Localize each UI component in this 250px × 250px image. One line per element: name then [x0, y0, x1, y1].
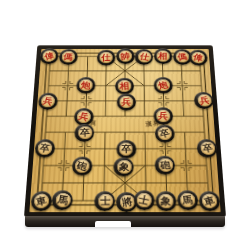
- piece-red-chariot[interactable]: 俥: [188, 49, 207, 65]
- piece-character: 兵: [156, 109, 170, 122]
- piece-black-elephant[interactable]: 象: [155, 191, 176, 211]
- xiangqi-board: 楚河 漢界 俥傌仕帥仕相傌俥炮相炮兵兵兵兵兵卒卒卒卒卒砲象砲車馬士將士象馬車: [24, 45, 226, 217]
- piece-character: 傌: [61, 50, 76, 62]
- piece-character: 俥: [190, 51, 205, 64]
- piece-black-soldier[interactable]: 卒: [155, 124, 175, 142]
- piece-character: 卒: [37, 141, 53, 155]
- piece-character: 仕: [99, 52, 112, 63]
- piece-character: 象: [158, 194, 173, 208]
- piece-red-soldier[interactable]: 兵: [153, 107, 173, 124]
- piece-black-chariot[interactable]: 車: [198, 191, 220, 211]
- piece-character: 馬: [54, 192, 71, 208]
- piece-character: 砲: [74, 158, 91, 174]
- piece-character: 砲: [158, 158, 173, 172]
- product-photo-stage: 楚河 漢界 俥傌仕帥仕相傌俥炮相炮兵兵兵兵兵卒卒卒卒卒砲象砲車馬士將士象馬車: [0, 0, 250, 250]
- piece-character: 仕: [137, 50, 152, 63]
- piece-character: 卒: [78, 126, 92, 139]
- piece-character: 車: [33, 193, 50, 210]
- piece-character: 兵: [76, 109, 93, 124]
- piece-character: 車: [200, 192, 218, 209]
- piece-character: 象: [116, 160, 131, 174]
- piece-red-soldier[interactable]: 兵: [116, 93, 135, 110]
- board-surface: 楚河 漢界 俥傌仕帥仕相傌俥炮相炮兵兵兵兵兵卒卒卒卒卒砲象砲車馬士將士象馬車: [29, 49, 220, 212]
- piece-character: 相: [157, 50, 170, 61]
- piece-character: 兵: [196, 94, 212, 107]
- piece-red-advisor[interactable]: 仕: [96, 49, 115, 65]
- board-folded-edge: [25, 216, 225, 227]
- piece-red-general[interactable]: 帥: [116, 48, 135, 64]
- piece-character: 相: [118, 80, 132, 92]
- piece-red-horse[interactable]: 傌: [58, 49, 77, 65]
- piece-character: 卒: [157, 126, 174, 141]
- piece-character: 將: [119, 194, 136, 210]
- piece-black-horse[interactable]: 馬: [177, 190, 199, 210]
- piece-character: 炮: [155, 78, 171, 92]
- piece-character: 俥: [41, 49, 56, 62]
- piece-black-advisor[interactable]: 士: [134, 190, 155, 210]
- piece-character: 傌: [175, 50, 190, 62]
- piece-black-soldier[interactable]: 卒: [116, 140, 136, 158]
- piece-character: 兵: [40, 94, 56, 108]
- piece-character: 炮: [78, 79, 93, 92]
- piece-red-elephant[interactable]: 相: [115, 78, 134, 95]
- piece-character: 馬: [179, 192, 195, 207]
- piece-red-elephant[interactable]: 相: [154, 48, 173, 64]
- piece-red-cannon[interactable]: 炮: [76, 77, 95, 94]
- piece-character: 卒: [119, 143, 133, 156]
- piece-black-cannon[interactable]: 砲: [72, 156, 93, 175]
- piece-character: 卒: [199, 141, 215, 155]
- board-grid: [29, 49, 220, 212]
- piece-character: 士: [136, 192, 153, 208]
- piece-character: 帥: [118, 50, 133, 63]
- piece-red-cannon[interactable]: 炮: [154, 77, 173, 94]
- piece-character: 士: [98, 194, 112, 208]
- board-latch-notch: [95, 221, 131, 227]
- piece-red-chariot[interactable]: 俥: [39, 48, 58, 64]
- piece-character: 兵: [119, 96, 132, 108]
- piece-black-advisor[interactable]: 士: [95, 191, 116, 211]
- piece-black-elephant[interactable]: 象: [114, 157, 134, 176]
